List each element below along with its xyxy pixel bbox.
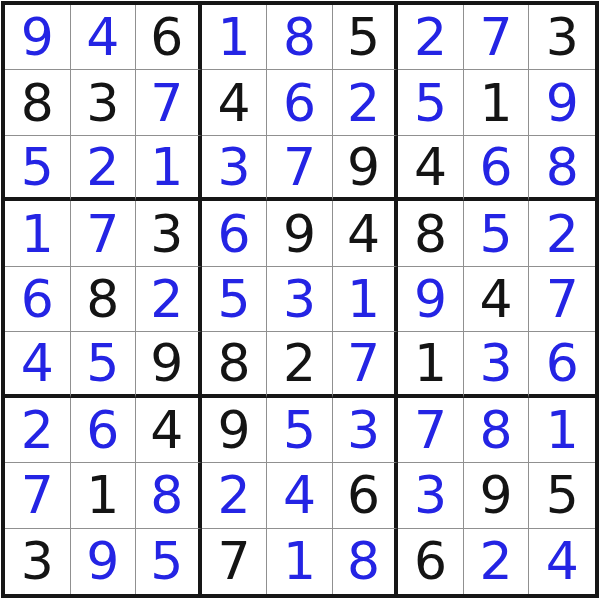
cell-r5c5[interactable]: 3 <box>267 267 333 332</box>
cell-r7c4[interactable]: 9 <box>202 398 268 463</box>
cell-r5c2[interactable]: 8 <box>71 267 137 332</box>
cell-r4c9[interactable]: 2 <box>529 201 595 266</box>
cell-r9c6[interactable]: 8 <box>333 529 399 594</box>
cell-r2c7[interactable]: 5 <box>398 70 464 135</box>
cell-r8c1[interactable]: 7 <box>5 463 71 528</box>
cell-r1c6[interactable]: 5 <box>333 5 399 70</box>
cell-r8c6[interactable]: 6 <box>333 463 399 528</box>
cell-r1c7[interactable]: 2 <box>398 5 464 70</box>
sudoku-page: 9461852738374625195213794681736948526825… <box>0 0 600 599</box>
cell-r8c7[interactable]: 3 <box>398 463 464 528</box>
cell-r2c1[interactable]: 8 <box>5 70 71 135</box>
cell-r1c9[interactable]: 3 <box>529 5 595 70</box>
cell-r1c5[interactable]: 8 <box>267 5 333 70</box>
cell-r7c3[interactable]: 4 <box>136 398 202 463</box>
cell-r3c3[interactable]: 1 <box>136 136 202 201</box>
cell-r7c7[interactable]: 7 <box>398 398 464 463</box>
cell-r8c3[interactable]: 8 <box>136 463 202 528</box>
cell-r5c3[interactable]: 2 <box>136 267 202 332</box>
cell-r4c2[interactable]: 7 <box>71 201 137 266</box>
cell-r3c2[interactable]: 2 <box>71 136 137 201</box>
cell-r7c8[interactable]: 8 <box>464 398 530 463</box>
cell-r4c6[interactable]: 4 <box>333 201 399 266</box>
cell-r4c7[interactable]: 8 <box>398 201 464 266</box>
cell-r1c8[interactable]: 7 <box>464 5 530 70</box>
cell-r1c2[interactable]: 4 <box>71 5 137 70</box>
cell-r9c7[interactable]: 6 <box>398 529 464 594</box>
cell-r3c4[interactable]: 3 <box>202 136 268 201</box>
cell-r4c8[interactable]: 5 <box>464 201 530 266</box>
cell-r6c3[interactable]: 9 <box>136 332 202 397</box>
cell-r7c5[interactable]: 5 <box>267 398 333 463</box>
cell-r3c9[interactable]: 8 <box>529 136 595 201</box>
cell-r6c1[interactable]: 4 <box>5 332 71 397</box>
cell-r6c2[interactable]: 5 <box>71 332 137 397</box>
cell-r8c4[interactable]: 2 <box>202 463 268 528</box>
cell-r3c7[interactable]: 4 <box>398 136 464 201</box>
cell-r5c7[interactable]: 9 <box>398 267 464 332</box>
cell-r5c6[interactable]: 1 <box>333 267 399 332</box>
cell-r6c9[interactable]: 6 <box>529 332 595 397</box>
cell-r4c1[interactable]: 1 <box>5 201 71 266</box>
cell-r2c8[interactable]: 1 <box>464 70 530 135</box>
cell-r9c3[interactable]: 5 <box>136 529 202 594</box>
cell-r4c3[interactable]: 3 <box>136 201 202 266</box>
cell-r6c7[interactable]: 1 <box>398 332 464 397</box>
cell-r9c5[interactable]: 1 <box>267 529 333 594</box>
cell-r3c8[interactable]: 6 <box>464 136 530 201</box>
cell-r9c9[interactable]: 4 <box>529 529 595 594</box>
cell-r1c1[interactable]: 9 <box>5 5 71 70</box>
cell-r7c2[interactable]: 6 <box>71 398 137 463</box>
cell-r3c5[interactable]: 7 <box>267 136 333 201</box>
cell-r6c8[interactable]: 3 <box>464 332 530 397</box>
cell-r6c6[interactable]: 7 <box>333 332 399 397</box>
cell-r6c4[interactable]: 8 <box>202 332 268 397</box>
cell-r8c2[interactable]: 1 <box>71 463 137 528</box>
cell-r2c4[interactable]: 4 <box>202 70 268 135</box>
cell-r8c5[interactable]: 4 <box>267 463 333 528</box>
cell-r3c6[interactable]: 9 <box>333 136 399 201</box>
cell-r9c4[interactable]: 7 <box>202 529 268 594</box>
cell-r9c1[interactable]: 3 <box>5 529 71 594</box>
cell-r1c4[interactable]: 1 <box>202 5 268 70</box>
cell-r7c9[interactable]: 1 <box>529 398 595 463</box>
cell-r9c8[interactable]: 2 <box>464 529 530 594</box>
cell-r8c9[interactable]: 5 <box>529 463 595 528</box>
cell-r5c4[interactable]: 5 <box>202 267 268 332</box>
cell-r5c8[interactable]: 4 <box>464 267 530 332</box>
cell-r2c5[interactable]: 6 <box>267 70 333 135</box>
cell-r4c4[interactable]: 6 <box>202 201 268 266</box>
cell-r2c6[interactable]: 2 <box>333 70 399 135</box>
cell-r7c6[interactable]: 3 <box>333 398 399 463</box>
cell-r2c3[interactable]: 7 <box>136 70 202 135</box>
cell-r1c3[interactable]: 6 <box>136 5 202 70</box>
cell-r2c2[interactable]: 3 <box>71 70 137 135</box>
cell-r7c1[interactable]: 2 <box>5 398 71 463</box>
cell-r5c1[interactable]: 6 <box>5 267 71 332</box>
cell-r4c5[interactable]: 9 <box>267 201 333 266</box>
cell-r2c9[interactable]: 9 <box>529 70 595 135</box>
cell-r6c5[interactable]: 2 <box>267 332 333 397</box>
sudoku-board: 9461852738374625195213794681736948526825… <box>1 1 599 598</box>
cell-r8c8[interactable]: 9 <box>464 463 530 528</box>
cell-r3c1[interactable]: 5 <box>5 136 71 201</box>
cell-r5c9[interactable]: 7 <box>529 267 595 332</box>
cell-r9c2[interactable]: 9 <box>71 529 137 594</box>
